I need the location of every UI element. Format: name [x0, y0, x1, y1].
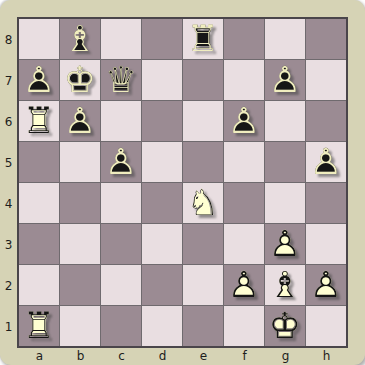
square-h8[interactable] — [306, 19, 346, 59]
square-h1[interactable] — [306, 306, 346, 346]
black-pawn-glyph-outline: ♙ — [224, 101, 264, 141]
square-g1[interactable]: ♚♔ — [265, 306, 305, 346]
square-e6[interactable] — [183, 101, 223, 141]
piece-white-pawn[interactable]: ♟♙ — [306, 265, 346, 305]
square-g5[interactable] — [265, 142, 305, 182]
file-label-h: h — [306, 348, 347, 364]
file-label-g: g — [265, 348, 306, 364]
square-b1[interactable] — [60, 306, 100, 346]
black-pawn-glyph-outline: ♙ — [60, 101, 100, 141]
square-d7[interactable] — [142, 60, 182, 100]
square-h4[interactable] — [306, 183, 346, 223]
square-g4[interactable] — [265, 183, 305, 223]
square-c5[interactable]: ♟♙ — [101, 142, 141, 182]
rank-label-1: 1 — [0, 306, 17, 347]
square-e3[interactable] — [183, 224, 223, 264]
square-d6[interactable] — [142, 101, 182, 141]
square-f6[interactable]: ♟♙ — [224, 101, 264, 141]
square-a4[interactable] — [19, 183, 59, 223]
black-pawn-glyph-outline: ♙ — [19, 60, 59, 100]
piece-white-pawn[interactable]: ♟♙ — [265, 224, 305, 264]
file-label-a: a — [19, 348, 60, 364]
file-labels: a b c d e f g h — [19, 348, 347, 364]
file-label-f: f — [224, 348, 265, 364]
square-a8[interactable] — [19, 19, 59, 59]
piece-black-pawn[interactable]: ♟♙ — [60, 101, 100, 141]
white-pawn-glyph-outline: ♙ — [224, 265, 264, 305]
square-b5[interactable] — [60, 142, 100, 182]
square-g7[interactable]: ♟♙ — [265, 60, 305, 100]
file-label-e: e — [183, 348, 224, 364]
black-pawn-glyph-outline: ♙ — [101, 142, 141, 182]
piece-black-bishop[interactable]: ♝♗ — [60, 19, 100, 59]
piece-black-pawn[interactable]: ♟♙ — [265, 60, 305, 100]
square-a1[interactable]: ♜♖ — [19, 306, 59, 346]
square-e1[interactable] — [183, 306, 223, 346]
square-b4[interactable] — [60, 183, 100, 223]
square-d3[interactable] — [142, 224, 182, 264]
black-pawn-glyph-outline: ♙ — [265, 60, 305, 100]
square-f3[interactable] — [224, 224, 264, 264]
piece-black-pawn[interactable]: ♟♙ — [224, 101, 264, 141]
square-d2[interactable] — [142, 265, 182, 305]
white-bishop-glyph-outline: ♗ — [265, 265, 305, 305]
square-g2[interactable]: ♝♗ — [265, 265, 305, 305]
file-label-b: b — [60, 348, 101, 364]
square-g6[interactable] — [265, 101, 305, 141]
square-b2[interactable] — [60, 265, 100, 305]
rank-label-8: 8 — [0, 19, 17, 60]
square-f8[interactable] — [224, 19, 264, 59]
piece-black-pawn[interactable]: ♟♙ — [101, 142, 141, 182]
square-d5[interactable] — [142, 142, 182, 182]
square-e4[interactable]: ♞♘ — [183, 183, 223, 223]
square-a7[interactable]: ♟♙ — [19, 60, 59, 100]
square-d1[interactable] — [142, 306, 182, 346]
square-a3[interactable] — [19, 224, 59, 264]
piece-white-knight[interactable]: ♞♘ — [183, 183, 223, 223]
square-b6[interactable]: ♟♙ — [60, 101, 100, 141]
square-c6[interactable] — [101, 101, 141, 141]
piece-white-rook[interactable]: ♜♖ — [19, 306, 59, 346]
square-b7[interactable]: ♚♔ — [60, 60, 100, 100]
square-f5[interactable] — [224, 142, 264, 182]
square-a5[interactable] — [19, 142, 59, 182]
square-e5[interactable] — [183, 142, 223, 182]
square-h7[interactable] — [306, 60, 346, 100]
square-c7[interactable]: ♛♕ — [101, 60, 141, 100]
square-e2[interactable] — [183, 265, 223, 305]
chess-board[interactable]: ♝♗♜♖♟♙♚♔♛♕♟♙♜♖♟♙♟♙♟♙♟♙♞♘♟♙♟♙♝♗♟♙♜♖♚♔ — [17, 17, 348, 348]
square-e8[interactable]: ♜♖ — [183, 19, 223, 59]
square-c1[interactable] — [101, 306, 141, 346]
black-king-glyph-outline: ♔ — [60, 60, 100, 100]
square-c2[interactable] — [101, 265, 141, 305]
piece-black-queen[interactable]: ♛♕ — [101, 60, 141, 100]
file-label-d: d — [142, 348, 183, 364]
white-rook-glyph-outline: ♖ — [19, 306, 59, 346]
square-g8[interactable] — [265, 19, 305, 59]
file-label-c: c — [101, 348, 142, 364]
square-f1[interactable] — [224, 306, 264, 346]
square-f2[interactable]: ♟♙ — [224, 265, 264, 305]
square-d4[interactable] — [142, 183, 182, 223]
square-h5[interactable]: ♟♙ — [306, 142, 346, 182]
white-king-glyph-outline: ♔ — [265, 306, 305, 346]
rank-label-4: 4 — [0, 183, 17, 224]
square-d8[interactable] — [142, 19, 182, 59]
piece-black-king[interactable]: ♚♔ — [60, 60, 100, 100]
square-b3[interactable] — [60, 224, 100, 264]
square-h2[interactable]: ♟♙ — [306, 265, 346, 305]
piece-white-bishop[interactable]: ♝♗ — [265, 265, 305, 305]
rank-label-3: 3 — [0, 224, 17, 265]
square-c8[interactable] — [101, 19, 141, 59]
rank-label-6: 6 — [0, 101, 17, 142]
square-e7[interactable] — [183, 60, 223, 100]
board-panel: 8 7 6 5 4 3 2 1 ♝♗♜♖♟♙♚♔♛♕♟♙♜♖♟♙♟♙♟♙♟♙♞♘… — [0, 0, 365, 365]
white-pawn-glyph-outline: ♙ — [306, 265, 346, 305]
white-pawn-glyph-outline: ♙ — [265, 224, 305, 264]
black-bishop-glyph-outline: ♗ — [60, 19, 100, 59]
square-b8[interactable]: ♝♗ — [60, 19, 100, 59]
square-c4[interactable] — [101, 183, 141, 223]
white-knight-glyph-outline: ♘ — [183, 183, 223, 223]
piece-black-rook[interactable]: ♜♖ — [183, 19, 223, 59]
piece-white-pawn[interactable]: ♟♙ — [224, 265, 264, 305]
square-a2[interactable] — [19, 265, 59, 305]
rank-label-7: 7 — [0, 60, 17, 101]
piece-black-pawn[interactable]: ♟♙ — [306, 142, 346, 182]
square-c3[interactable] — [101, 224, 141, 264]
rank-label-5: 5 — [0, 142, 17, 183]
piece-white-king[interactable]: ♚♔ — [265, 306, 305, 346]
black-queen-glyph-outline: ♕ — [101, 60, 141, 100]
piece-white-rook[interactable]: ♜♖ — [19, 101, 59, 141]
square-h6[interactable] — [306, 101, 346, 141]
black-pawn-glyph-outline: ♙ — [306, 142, 346, 182]
square-f4[interactable] — [224, 183, 264, 223]
square-h3[interactable] — [306, 224, 346, 264]
white-rook-glyph-outline: ♖ — [19, 101, 59, 141]
square-g3[interactable]: ♟♙ — [265, 224, 305, 264]
rank-labels: 8 7 6 5 4 3 2 1 — [0, 19, 17, 347]
square-f7[interactable] — [224, 60, 264, 100]
black-rook-glyph-outline: ♖ — [183, 19, 223, 59]
rank-label-2: 2 — [0, 265, 17, 306]
square-a6[interactable]: ♜♖ — [19, 101, 59, 141]
piece-black-pawn[interactable]: ♟♙ — [19, 60, 59, 100]
